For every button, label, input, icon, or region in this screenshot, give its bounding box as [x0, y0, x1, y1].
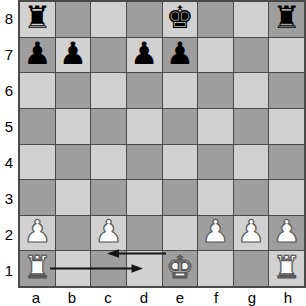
rank-label-7: 7	[0, 36, 18, 72]
black-rook-a8[interactable]: ♜	[23, 2, 51, 33]
square-h2[interactable]: ♟	[269, 216, 304, 251]
square-b4[interactable]	[56, 145, 91, 180]
square-h8[interactable]: ♜	[269, 2, 304, 37]
square-d3[interactable]	[127, 180, 162, 215]
square-a8[interactable]: ♜	[20, 2, 55, 37]
square-c8[interactable]	[91, 2, 126, 37]
file-label-d: d	[126, 288, 162, 306]
square-b6[interactable]	[56, 73, 91, 108]
square-g2[interactable]: ♟	[234, 216, 269, 251]
square-f5[interactable]	[198, 109, 233, 144]
square-a3[interactable]	[20, 180, 55, 215]
square-d2[interactable]	[127, 216, 162, 251]
file-labels: abcdefgh	[18, 288, 306, 306]
black-rook-h8[interactable]: ♜	[273, 2, 301, 33]
square-a7[interactable]: ♟	[20, 38, 55, 73]
square-d8[interactable]	[127, 2, 162, 37]
square-a2[interactable]: ♟	[20, 216, 55, 251]
square-d5[interactable]	[127, 109, 162, 144]
white-pawn-g2[interactable]: ♟	[237, 216, 265, 247]
chess-castling-diagram: 87654321 ♜♚♜♟♟♟♟♟♟♟♟♟♜♚♜ abcdefgh	[0, 0, 306, 306]
file-label-g: g	[234, 288, 270, 306]
square-e2[interactable]	[163, 216, 198, 251]
rank-label-6: 6	[0, 72, 18, 108]
square-d1[interactable]	[127, 251, 162, 286]
file-label-f: f	[198, 288, 234, 306]
file-label-h: h	[270, 288, 306, 306]
square-g1[interactable]	[234, 251, 269, 286]
square-c4[interactable]	[91, 145, 126, 180]
square-c6[interactable]	[91, 73, 126, 108]
white-pawn-a2[interactable]: ♟	[23, 216, 51, 247]
rank-label-5: 5	[0, 108, 18, 144]
square-a5[interactable]	[20, 109, 55, 144]
white-rook-h1[interactable]: ♜	[273, 252, 301, 283]
square-f2[interactable]: ♟	[198, 216, 233, 251]
square-h1[interactable]: ♜	[269, 251, 304, 286]
square-h3[interactable]	[269, 180, 304, 215]
square-d4[interactable]	[127, 145, 162, 180]
file-label-c: c	[90, 288, 126, 306]
square-d6[interactable]	[127, 73, 162, 108]
rank-label-2: 2	[0, 216, 18, 252]
square-f1[interactable]	[198, 251, 233, 286]
square-f8[interactable]	[198, 2, 233, 37]
square-c5[interactable]	[91, 109, 126, 144]
square-b5[interactable]	[56, 109, 91, 144]
white-king-e1[interactable]: ♚	[166, 252, 194, 283]
square-f4[interactable]	[198, 145, 233, 180]
square-g5[interactable]	[234, 109, 269, 144]
square-a6[interactable]	[20, 73, 55, 108]
black-pawn-e7[interactable]: ♟	[166, 38, 194, 69]
square-g3[interactable]	[234, 180, 269, 215]
rank-label-3: 3	[0, 180, 18, 216]
square-b8[interactable]	[56, 2, 91, 37]
square-h4[interactable]	[269, 145, 304, 180]
square-f3[interactable]	[198, 180, 233, 215]
square-c3[interactable]	[91, 180, 126, 215]
square-g7[interactable]	[234, 38, 269, 73]
file-label-b: b	[54, 288, 90, 306]
square-a1[interactable]: ♜	[20, 251, 55, 286]
black-king-e8[interactable]: ♚	[166, 2, 194, 33]
white-pawn-h2[interactable]: ♟	[273, 216, 301, 247]
square-a4[interactable]	[20, 145, 55, 180]
rank-label-8: 8	[0, 0, 18, 36]
square-e5[interactable]	[163, 109, 198, 144]
white-pawn-f2[interactable]: ♟	[202, 216, 230, 247]
square-g4[interactable]	[234, 145, 269, 180]
square-e4[interactable]	[163, 145, 198, 180]
rank-label-1: 1	[0, 252, 18, 288]
square-e3[interactable]	[163, 180, 198, 215]
chess-board: ♜♚♜♟♟♟♟♟♟♟♟♟♜♚♜	[18, 0, 306, 288]
square-e6[interactable]	[163, 73, 198, 108]
file-label-e: e	[162, 288, 198, 306]
square-f7[interactable]	[198, 38, 233, 73]
square-f6[interactable]	[198, 73, 233, 108]
rank-label-4: 4	[0, 144, 18, 180]
square-g8[interactable]	[234, 2, 269, 37]
square-h5[interactable]	[269, 109, 304, 144]
black-pawn-b7[interactable]: ♟	[59, 38, 87, 69]
rank-labels: 87654321	[0, 0, 18, 288]
white-pawn-c2[interactable]: ♟	[95, 216, 123, 247]
square-c2[interactable]: ♟	[91, 216, 126, 251]
black-pawn-d7[interactable]: ♟	[130, 38, 158, 69]
white-rook-a1[interactable]: ♜	[23, 252, 51, 283]
square-b2[interactable]	[56, 216, 91, 251]
square-d7[interactable]: ♟	[127, 38, 162, 73]
square-e1[interactable]: ♚	[163, 251, 198, 286]
square-b1[interactable]	[56, 251, 91, 286]
black-pawn-a7[interactable]: ♟	[23, 38, 51, 69]
square-g6[interactable]	[234, 73, 269, 108]
square-c1[interactable]	[91, 251, 126, 286]
square-b3[interactable]	[56, 180, 91, 215]
square-b7[interactable]: ♟	[56, 38, 91, 73]
square-h7[interactable]	[269, 38, 304, 73]
square-e8[interactable]: ♚	[163, 2, 198, 37]
square-h6[interactable]	[269, 73, 304, 108]
square-c7[interactable]	[91, 38, 126, 73]
file-label-a: a	[18, 288, 54, 306]
square-e7[interactable]: ♟	[163, 38, 198, 73]
